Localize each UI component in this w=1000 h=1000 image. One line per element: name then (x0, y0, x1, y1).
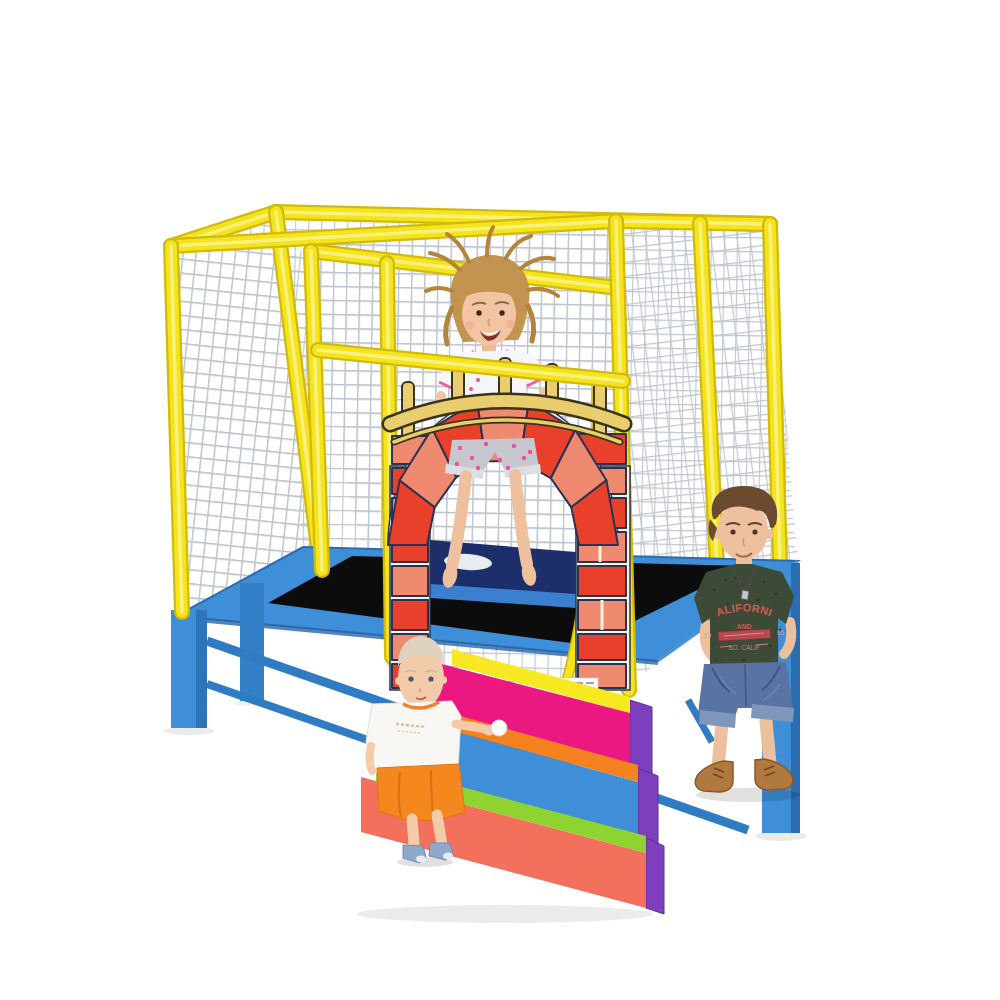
shirt-print-year-left: 19 (704, 632, 712, 639)
toddler-shirt (366, 701, 461, 773)
product-photo: CALIFORNIA AND 19 05 SO. CALIF (0, 0, 1000, 1000)
white-ball (491, 720, 507, 736)
toddler-shorts (377, 764, 465, 821)
trampoline-illustration: CALIFORNIA AND 19 05 SO. CALIF (0, 0, 1000, 1000)
leg-back-left (240, 583, 264, 701)
shirt-print-bottom: SO. CALIF (728, 644, 759, 651)
shirt-print-year-right: 05 (777, 629, 785, 636)
boy-boot-left (695, 761, 733, 792)
shirt-print-and: AND (736, 623, 751, 630)
